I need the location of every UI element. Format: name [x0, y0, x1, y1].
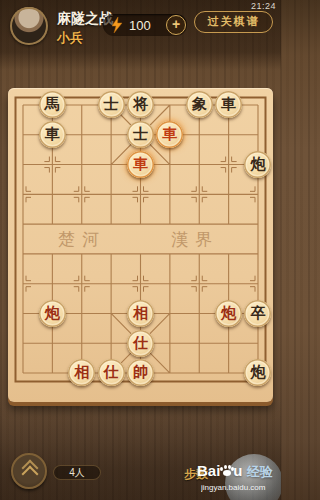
- level-book-button[interactable]: 过关棋谱: [194, 11, 273, 33]
- piece-black-象-r0c6[interactable]: 象: [186, 91, 213, 118]
- piece-black-馬-r0c1[interactable]: 馬: [39, 91, 66, 118]
- bottom-bar: 4人 步数 Baiu 经验 jingyan.baidu.com: [0, 440, 281, 500]
- piece-red-炮-r7c1[interactable]: 炮: [39, 300, 66, 327]
- piece-red-帥-r9c4[interactable]: 帥: [127, 359, 154, 386]
- piece-black-士-r1c4[interactable]: 士: [127, 121, 154, 148]
- piece-red-炮-r7c7[interactable]: 炮: [215, 300, 242, 327]
- energy-value: 100: [129, 18, 151, 33]
- piece-red-相-r7c4[interactable]: 相: [127, 300, 154, 327]
- piece-red-仕-r9c3[interactable]: 仕: [98, 359, 125, 386]
- add-energy-button[interactable]: +: [166, 15, 186, 35]
- clock-time: 21:24: [251, 1, 276, 11]
- piece-black-車-r0c7[interactable]: 車: [215, 91, 242, 118]
- watermark-logo: Baiu 经验: [197, 462, 273, 481]
- avatar[interactable]: [10, 7, 48, 45]
- piece-black-炮-r2c8[interactable]: 炮: [244, 151, 271, 178]
- piece-red-車-r1c5[interactable]: 車: [156, 121, 183, 148]
- paw-icon: [220, 465, 233, 477]
- player-rank-label: 小兵: [57, 29, 83, 47]
- xiangqi-board[interactable]: 楚河 漢界 馬士将象車車士車車炮炮相炮卒仕相仕帥炮: [8, 88, 273, 402]
- piece-red-相-r9c2[interactable]: 相: [68, 359, 95, 386]
- piece-red-車-r2c4[interactable]: 車: [127, 151, 154, 178]
- lightning-icon: [110, 17, 124, 33]
- pieces-layer: 馬士将象車車士車車炮炮相炮卒仕相仕帥炮: [8, 90, 272, 388]
- expand-menu-button[interactable]: [11, 453, 47, 489]
- watermark-url: jingyan.baidu.com: [201, 483, 281, 492]
- top-bar: 21:24 麻隧之战 小兵 100 + 过关棋谱: [0, 0, 281, 55]
- energy-pill: 100 +: [103, 14, 187, 36]
- piece-black-将-r0c4[interactable]: 将: [127, 91, 154, 118]
- piece-black-士-r0c3[interactable]: 士: [98, 91, 125, 118]
- piece-black-炮-r9c8[interactable]: 炮: [244, 359, 271, 386]
- piece-red-仕-r8c4[interactable]: 仕: [127, 330, 154, 357]
- player-count-badge: 4人: [53, 465, 101, 480]
- piece-black-車-r1c1[interactable]: 車: [39, 121, 66, 148]
- piece-black-卒-r7c8[interactable]: 卒: [244, 300, 271, 327]
